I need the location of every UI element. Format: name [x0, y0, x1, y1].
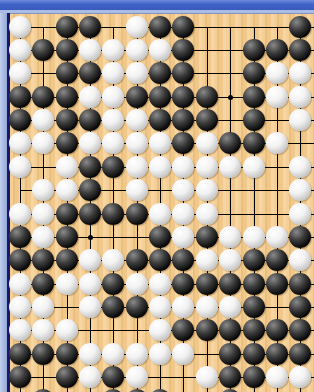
- black-stone: [219, 366, 241, 388]
- white-stone: [9, 156, 31, 178]
- black-stone: [56, 343, 78, 365]
- black-stone: [266, 39, 288, 61]
- black-stone: [9, 343, 31, 365]
- white-stone: [126, 39, 148, 61]
- black-stone: [266, 343, 288, 365]
- white-stone: [102, 62, 124, 84]
- white-stone: [149, 203, 171, 225]
- black-stone: [289, 16, 311, 38]
- white-stone: [149, 319, 171, 341]
- black-stone: [56, 249, 78, 271]
- black-stone: [102, 156, 124, 178]
- white-stone: [126, 132, 148, 154]
- white-stone: [149, 343, 171, 365]
- white-stone: [219, 156, 241, 178]
- black-stone: [56, 16, 78, 38]
- black-stone: [219, 343, 241, 365]
- white-stone: [266, 62, 288, 84]
- white-stone: [289, 366, 311, 388]
- black-stone: [266, 273, 288, 295]
- black-stone: [266, 319, 288, 341]
- black-stone: [9, 109, 31, 131]
- black-stone: [9, 366, 31, 388]
- black-stone: [32, 249, 54, 271]
- black-stone: [196, 273, 218, 295]
- black-stone: [172, 39, 194, 61]
- white-stone: [196, 203, 218, 225]
- white-stone: [32, 296, 54, 318]
- black-stone: [219, 132, 241, 154]
- black-stone: [243, 109, 265, 131]
- black-stone: [243, 62, 265, 84]
- black-stone: [149, 226, 171, 248]
- black-stone: [149, 109, 171, 131]
- white-stone: [126, 156, 148, 178]
- white-stone: [219, 226, 241, 248]
- black-stone: [32, 273, 54, 295]
- white-stone: [289, 109, 311, 131]
- white-stone: [289, 203, 311, 225]
- white-stone: [126, 273, 148, 295]
- black-stone: [9, 249, 31, 271]
- black-stone: [266, 249, 288, 271]
- white-stone: [196, 179, 218, 201]
- black-stone: [79, 109, 101, 131]
- black-stone: [56, 109, 78, 131]
- white-stone: [289, 249, 311, 271]
- white-stone: [196, 296, 218, 318]
- white-stone: [196, 249, 218, 271]
- black-stone: [172, 132, 194, 154]
- black-stone: [243, 86, 265, 108]
- white-stone: [32, 109, 54, 131]
- black-stone: [79, 179, 101, 201]
- white-stone: [126, 179, 148, 201]
- white-stone: [126, 343, 148, 365]
- white-stone: [149, 273, 171, 295]
- white-stone: [79, 273, 101, 295]
- white-stone: [219, 249, 241, 271]
- white-stone: [32, 179, 54, 201]
- white-stone: [289, 62, 311, 84]
- white-stone: [56, 319, 78, 341]
- white-stone: [79, 86, 101, 108]
- black-stone: [196, 86, 218, 108]
- window-title-bar[interactable]: [0, 0, 314, 10]
- white-stone: [79, 39, 101, 61]
- white-stone: [149, 39, 171, 61]
- black-stone: [126, 296, 148, 318]
- white-stone: [79, 366, 101, 388]
- white-stone: [289, 86, 311, 108]
- black-stone: [219, 273, 241, 295]
- star-point: [228, 95, 233, 100]
- black-stone: [172, 62, 194, 84]
- white-stone: [266, 86, 288, 108]
- white-stone: [266, 366, 288, 388]
- black-stone: [79, 156, 101, 178]
- white-stone: [9, 39, 31, 61]
- black-stone: [102, 366, 124, 388]
- black-stone: [196, 319, 218, 341]
- black-stone: [9, 226, 31, 248]
- white-stone: [149, 132, 171, 154]
- white-stone: [9, 62, 31, 84]
- white-stone: [32, 319, 54, 341]
- black-stone: [219, 319, 241, 341]
- white-stone: [126, 366, 148, 388]
- black-stone: [56, 39, 78, 61]
- white-stone: [172, 156, 194, 178]
- black-stone: [289, 226, 311, 248]
- white-stone: [172, 179, 194, 201]
- black-stone: [172, 249, 194, 271]
- black-stone: [172, 109, 194, 131]
- black-stone: [172, 319, 194, 341]
- white-stone: [126, 16, 148, 38]
- white-stone: [266, 132, 288, 154]
- black-stone: [243, 249, 265, 271]
- black-stone: [149, 16, 171, 38]
- window-frame-left: [0, 13, 7, 392]
- black-stone: [289, 296, 311, 318]
- white-stone: [102, 86, 124, 108]
- black-stone: [79, 62, 101, 84]
- white-stone: [102, 109, 124, 131]
- black-stone: [172, 86, 194, 108]
- black-stone: [149, 249, 171, 271]
- black-stone: [172, 273, 194, 295]
- black-stone: [149, 86, 171, 108]
- white-stone: [79, 343, 101, 365]
- white-stone: [289, 156, 311, 178]
- black-stone: [149, 62, 171, 84]
- black-stone: [32, 343, 54, 365]
- black-stone: [243, 319, 265, 341]
- white-stone: [172, 343, 194, 365]
- white-stone: [243, 226, 265, 248]
- black-stone: [289, 343, 311, 365]
- black-stone: [243, 343, 265, 365]
- white-stone: [196, 156, 218, 178]
- white-stone: [102, 132, 124, 154]
- black-stone: [243, 273, 265, 295]
- white-stone: [32, 226, 54, 248]
- black-stone: [243, 39, 265, 61]
- white-stone: [9, 319, 31, 341]
- white-stone: [219, 296, 241, 318]
- white-stone: [102, 249, 124, 271]
- white-stone: [289, 179, 311, 201]
- black-stone: [126, 86, 148, 108]
- white-stone: [196, 132, 218, 154]
- white-stone: [9, 296, 31, 318]
- white-stone: [266, 226, 288, 248]
- go-board[interactable]: [10, 14, 314, 392]
- white-stone: [9, 132, 31, 154]
- white-stone: [243, 156, 265, 178]
- white-stone: [9, 203, 31, 225]
- white-stone: [32, 203, 54, 225]
- white-stone: [172, 226, 194, 248]
- black-stone: [56, 226, 78, 248]
- black-stone: [32, 39, 54, 61]
- white-stone: [102, 39, 124, 61]
- black-stone: [9, 86, 31, 108]
- black-stone: [102, 273, 124, 295]
- white-stone: [149, 156, 171, 178]
- white-stone: [196, 366, 218, 388]
- black-stone: [243, 366, 265, 388]
- black-stone: [243, 296, 265, 318]
- black-stone: [126, 203, 148, 225]
- black-stone: [196, 109, 218, 131]
- black-stone: [289, 273, 311, 295]
- black-stone: [79, 16, 101, 38]
- white-stone: [79, 249, 101, 271]
- white-stone: [56, 273, 78, 295]
- white-stone: [126, 109, 148, 131]
- black-stone: [79, 203, 101, 225]
- white-stone: [172, 203, 194, 225]
- black-stone: [56, 366, 78, 388]
- white-stone: [56, 179, 78, 201]
- black-stone: [56, 62, 78, 84]
- white-stone: [32, 132, 54, 154]
- black-stone: [32, 86, 54, 108]
- white-stone: [79, 132, 101, 154]
- white-stone: [9, 273, 31, 295]
- black-stone: [289, 319, 311, 341]
- white-stone: [56, 156, 78, 178]
- white-stone: [149, 296, 171, 318]
- black-stone: [172, 16, 194, 38]
- black-stone: [102, 296, 124, 318]
- black-stone: [289, 39, 311, 61]
- black-stone: [56, 132, 78, 154]
- white-stone: [102, 343, 124, 365]
- black-stone: [243, 132, 265, 154]
- black-stone: [102, 203, 124, 225]
- star-point: [88, 235, 93, 240]
- black-stone: [56, 203, 78, 225]
- white-stone: [79, 296, 101, 318]
- white-stone: [9, 16, 31, 38]
- black-stone: [196, 226, 218, 248]
- app-window: [0, 0, 314, 392]
- white-stone: [126, 62, 148, 84]
- black-stone: [56, 86, 78, 108]
- white-stone: [172, 296, 194, 318]
- black-stone: [126, 249, 148, 271]
